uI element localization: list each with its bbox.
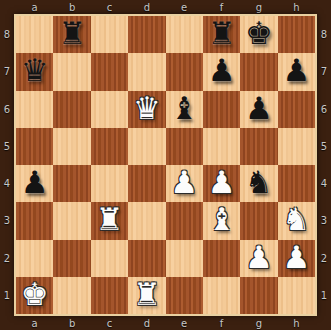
chess-board-frame: abcdefgh abcdefgh 87654321 87654321 ♜♜♚♛… (0, 0, 331, 330)
square-e6[interactable]: ♝ (166, 91, 203, 128)
square-b2[interactable] (53, 240, 90, 277)
file-label-e: e (166, 316, 203, 330)
rank-label-5: 5 (0, 128, 14, 165)
square-h6[interactable] (278, 91, 315, 128)
piece-white-pawn[interactable]: ♟ (208, 167, 236, 198)
rank-label-8: 8 (317, 16, 331, 53)
file-labels-bottom: abcdefgh (16, 316, 315, 330)
file-labels-top: abcdefgh (16, 0, 315, 14)
file-label-a: a (16, 0, 53, 14)
rank-labels-right: 87654321 (317, 16, 331, 314)
piece-white-pawn[interactable]: ♟ (170, 167, 198, 198)
square-g1[interactable] (240, 277, 277, 314)
piece-black-pawn[interactable]: ♟ (21, 167, 49, 198)
square-f5[interactable] (203, 128, 240, 165)
square-c8[interactable] (91, 16, 128, 53)
square-e8[interactable] (166, 16, 203, 53)
rank-label-4: 4 (317, 165, 331, 202)
square-d4[interactable] (128, 165, 165, 202)
square-b7[interactable] (53, 53, 90, 90)
piece-black-bishop[interactable]: ♝ (170, 93, 198, 124)
square-g3[interactable] (240, 202, 277, 239)
square-f6[interactable] (203, 91, 240, 128)
file-label-h: h (278, 0, 315, 14)
square-a1[interactable]: ♚ (16, 277, 53, 314)
square-a2[interactable] (16, 240, 53, 277)
square-d1[interactable]: ♜ (128, 277, 165, 314)
file-label-b: b (53, 0, 90, 14)
rank-label-1: 1 (0, 277, 14, 314)
file-label-c: c (91, 0, 128, 14)
file-label-a: a (16, 316, 53, 330)
square-c7[interactable] (91, 53, 128, 90)
square-h7[interactable]: ♟ (278, 53, 315, 90)
rank-label-2: 2 (0, 240, 14, 277)
square-g4[interactable]: ♞ (240, 165, 277, 202)
square-a3[interactable] (16, 202, 53, 239)
square-b4[interactable] (53, 165, 90, 202)
square-h2[interactable]: ♟ (278, 240, 315, 277)
piece-white-queen[interactable]: ♛ (133, 93, 161, 124)
square-d3[interactable] (128, 202, 165, 239)
square-f3[interactable]: ♝ (203, 202, 240, 239)
piece-white-pawn[interactable]: ♟ (245, 242, 273, 273)
square-e4[interactable]: ♟ (166, 165, 203, 202)
piece-black-rook[interactable]: ♜ (58, 18, 86, 49)
rank-label-3: 3 (317, 202, 331, 239)
rank-label-2: 2 (317, 240, 331, 277)
square-g6[interactable]: ♟ (240, 91, 277, 128)
rank-label-6: 6 (0, 91, 14, 128)
piece-white-pawn[interactable]: ♟ (282, 242, 310, 273)
square-h3[interactable]: ♞ (278, 202, 315, 239)
square-e7[interactable] (166, 53, 203, 90)
square-g8[interactable]: ♚ (240, 16, 277, 53)
rank-label-1: 1 (317, 277, 331, 314)
square-a8[interactable] (16, 16, 53, 53)
square-f2[interactable] (203, 240, 240, 277)
file-label-g: g (240, 0, 277, 14)
square-e2[interactable] (166, 240, 203, 277)
square-d8[interactable] (128, 16, 165, 53)
file-label-f: f (203, 316, 240, 330)
square-f7[interactable]: ♟ (203, 53, 240, 90)
file-label-h: h (278, 316, 315, 330)
square-g7[interactable] (240, 53, 277, 90)
square-c1[interactable] (91, 277, 128, 314)
rank-label-4: 4 (0, 165, 14, 202)
rank-label-8: 8 (0, 16, 14, 53)
file-label-d: d (128, 316, 165, 330)
piece-black-pawn[interactable]: ♟ (245, 93, 273, 124)
square-h4[interactable] (278, 165, 315, 202)
file-label-g: g (240, 316, 277, 330)
square-a6[interactable] (16, 91, 53, 128)
file-label-e: e (166, 0, 203, 14)
rank-label-5: 5 (317, 128, 331, 165)
file-label-d: d (128, 0, 165, 14)
rank-label-7: 7 (317, 53, 331, 90)
square-h8[interactable] (278, 16, 315, 53)
square-a5[interactable] (16, 128, 53, 165)
piece-white-rook[interactable]: ♜ (96, 204, 124, 235)
rank-label-3: 3 (0, 202, 14, 239)
square-a4[interactable]: ♟ (16, 165, 53, 202)
square-b6[interactable] (53, 91, 90, 128)
square-a7[interactable]: ♛ (16, 53, 53, 90)
square-c3[interactable]: ♜ (91, 202, 128, 239)
rank-labels-left: 87654321 (0, 16, 14, 314)
file-label-f: f (203, 0, 240, 14)
rank-label-6: 6 (317, 91, 331, 128)
rank-label-7: 7 (0, 53, 14, 90)
piece-black-queen[interactable]: ♛ (21, 55, 49, 86)
piece-black-rook[interactable]: ♜ (208, 18, 236, 49)
square-b5[interactable] (53, 128, 90, 165)
square-b1[interactable] (53, 277, 90, 314)
piece-white-knight[interactable]: ♞ (282, 204, 310, 235)
piece-white-bishop[interactable]: ♝ (208, 204, 236, 235)
file-label-b: b (53, 316, 90, 330)
piece-black-king[interactable]: ♚ (245, 18, 273, 49)
square-h1[interactable] (278, 277, 315, 314)
piece-white-rook[interactable]: ♜ (133, 279, 161, 310)
piece-black-pawn[interactable]: ♟ (282, 55, 310, 86)
square-g2[interactable]: ♟ (240, 240, 277, 277)
square-d7[interactable] (128, 53, 165, 90)
square-c4[interactable] (91, 165, 128, 202)
square-e1[interactable] (166, 277, 203, 314)
file-label-c: c (91, 316, 128, 330)
square-c2[interactable] (91, 240, 128, 277)
chess-board: ♜♜♚♛♟♟♛♝♟♟♟♟♞♜♝♞♟♟♚♜ (14, 14, 317, 316)
square-e5[interactable] (166, 128, 203, 165)
square-f4[interactable]: ♟ (203, 165, 240, 202)
piece-black-knight[interactable]: ♞ (245, 167, 273, 198)
square-c5[interactable] (91, 128, 128, 165)
square-h5[interactable] (278, 128, 315, 165)
square-b8[interactable]: ♜ (53, 16, 90, 53)
square-e3[interactable] (166, 202, 203, 239)
square-d2[interactable] (128, 240, 165, 277)
square-b3[interactable] (53, 202, 90, 239)
square-d6[interactable]: ♛ (128, 91, 165, 128)
square-c6[interactable] (91, 91, 128, 128)
square-f1[interactable] (203, 277, 240, 314)
square-f8[interactable]: ♜ (203, 16, 240, 53)
piece-black-pawn[interactable]: ♟ (208, 55, 236, 86)
square-g5[interactable] (240, 128, 277, 165)
piece-white-king[interactable]: ♚ (21, 279, 49, 310)
square-d5[interactable] (128, 128, 165, 165)
